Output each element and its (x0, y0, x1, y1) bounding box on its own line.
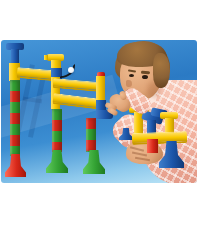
low-rail (132, 131, 187, 145)
tower1-base-red (5, 154, 26, 177)
tower2-cap-nub (44, 55, 48, 60)
boy-cheek-shade (147, 81, 161, 98)
tower2-striped-column (52, 109, 62, 152)
white-marble (68, 67, 74, 73)
tower1-striped-column (10, 80, 20, 156)
boy-eye-right (142, 75, 148, 79)
tower2-base-green (46, 150, 68, 173)
funnel-stem (11, 49, 19, 64)
product-photo (1, 40, 197, 183)
boy-eye-left (129, 74, 134, 77)
boy-nose (126, 80, 132, 87)
boy-eyebrow-right (141, 71, 150, 75)
tower3-base-green (83, 150, 105, 174)
tower3-striped-column (86, 118, 96, 152)
red-tube-segment (147, 139, 158, 153)
